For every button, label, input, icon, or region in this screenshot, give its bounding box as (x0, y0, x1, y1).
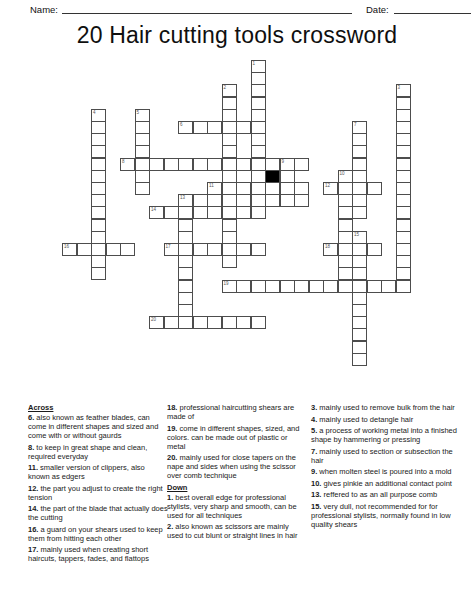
clue-number-14: 14 (151, 207, 156, 212)
grid-cell[interactable] (251, 170, 266, 183)
grid-cell[interactable] (294, 182, 309, 195)
clue-number-20: 20 (151, 317, 156, 322)
grid-cell[interactable] (91, 219, 106, 232)
grid-cell[interactable] (294, 158, 309, 171)
grid-cell[interactable] (265, 182, 280, 195)
across-clue-18: 18. professional haircutting shears are … (167, 403, 307, 421)
down-clue-1: 1. best overall edge for professional st… (167, 493, 307, 520)
across-clue-16: 16. a guard on your shears used to keep … (28, 525, 168, 543)
grid-cell[interactable] (178, 219, 193, 232)
grid-cell[interactable] (352, 243, 367, 256)
grid-cell[interactable]: 20 (149, 316, 164, 329)
down-clue-9: 9. when molten steel is poured into a mo… (311, 467, 467, 476)
grid-cell[interactable] (91, 206, 106, 219)
grid-cell[interactable] (91, 121, 106, 134)
grid-cell[interactable] (222, 97, 237, 110)
grid-cell[interactable] (396, 133, 411, 146)
grid-cell[interactable] (251, 182, 266, 195)
grid-cell[interactable] (135, 158, 150, 171)
grid-cell[interactable] (222, 243, 237, 256)
grid-cell[interactable] (352, 206, 367, 219)
grid-cell[interactable] (251, 243, 266, 256)
grid-cell[interactable] (251, 121, 266, 134)
grid-cell[interactable] (352, 353, 367, 366)
grid-cell[interactable] (178, 292, 193, 305)
grid-cell[interactable] (178, 243, 193, 256)
grid-cell[interactable]: 12 (323, 182, 338, 195)
clue-column-down: 3. mainly used to remove bulk from the h… (311, 403, 467, 531)
grid-cell[interactable] (309, 280, 324, 293)
grid-cell[interactable] (338, 243, 353, 256)
grid-cell[interactable] (222, 231, 237, 244)
clue-number-3: 3 (398, 85, 401, 90)
grid-cell[interactable] (178, 316, 193, 329)
grid-cell[interactable] (207, 243, 222, 256)
grid-cell[interactable]: 4 (91, 109, 106, 122)
down-heading: Down (167, 483, 307, 492)
grid-cell[interactable] (91, 170, 106, 183)
grid-cell[interactable] (381, 280, 396, 293)
grid-cell[interactable] (135, 182, 150, 195)
grid-cell[interactable]: 9 (280, 158, 295, 171)
grid-cell[interactable] (178, 304, 193, 317)
grid-cell[interactable] (91, 158, 106, 171)
black-cell (265, 170, 280, 183)
grid-cell[interactable] (251, 280, 266, 293)
grid-cell[interactable] (135, 145, 150, 158)
grid-cell[interactable] (338, 231, 353, 244)
grid-cell[interactable]: 17 (164, 243, 179, 256)
grid-cell[interactable] (251, 97, 266, 110)
grid-cell[interactable] (236, 206, 251, 219)
grid-cell[interactable]: 18 (323, 243, 338, 256)
grid-cell[interactable] (91, 133, 106, 146)
across-clue-19: 19. come in different shapes, sized, and… (167, 424, 307, 451)
clue-number-18: 18 (325, 244, 330, 249)
down-clue-3: 3. mainly used to remove bulk from the h… (311, 403, 467, 412)
grid-cell[interactable]: 2 (222, 84, 237, 97)
grid-cell[interactable] (222, 158, 237, 171)
grid-cell[interactable] (222, 133, 237, 146)
grid-cell[interactable] (280, 280, 295, 293)
grid-cell[interactable] (367, 182, 382, 195)
grid-cell[interactable] (352, 170, 367, 183)
grid-cell[interactable] (236, 194, 251, 207)
grid-cell[interactable] (251, 158, 266, 171)
grid-cell[interactable] (352, 194, 367, 207)
across-clue-11: 11. smaller version of clippers, also kn… (28, 463, 168, 481)
grid-cell[interactable] (91, 182, 106, 195)
grid-cell[interactable] (91, 194, 106, 207)
grid-cell[interactable] (352, 292, 367, 305)
grid-cell[interactable] (91, 255, 106, 268)
grid-cell[interactable] (236, 182, 251, 195)
grid-cell[interactable] (396, 121, 411, 134)
clue-number-4: 4 (93, 110, 96, 115)
grid-cell[interactable] (396, 267, 411, 280)
grid-cell[interactable] (251, 84, 266, 97)
grid-cell[interactable] (396, 145, 411, 158)
grid-cell[interactable] (91, 145, 106, 158)
grid-cell[interactable] (396, 97, 411, 110)
grid-cell[interactable] (338, 206, 353, 219)
down-clue-13: 13. reffered to as an all purpose comb (311, 490, 467, 499)
grid-cell[interactable] (193, 243, 208, 256)
grid-cell[interactable] (91, 267, 106, 280)
grid-cell[interactable] (236, 316, 251, 329)
clue-number-9: 9 (282, 159, 285, 164)
grid-cell[interactable] (396, 194, 411, 207)
grid-cell[interactable] (280, 194, 295, 207)
down-clue-5: 5. a process of working metal into a fin… (311, 426, 467, 444)
grid-cell[interactable]: 15 (352, 231, 367, 244)
grid-cell[interactable] (280, 182, 295, 195)
grid-cell[interactable] (396, 280, 411, 293)
grid-cell[interactable]: 6 (178, 121, 193, 134)
grid-cell[interactable] (396, 158, 411, 171)
grid-cell[interactable] (352, 145, 367, 158)
across-clue-12: 12. the part you adjust to create the ri… (28, 484, 168, 502)
grid-cell[interactable] (352, 158, 367, 171)
grid-cell[interactable] (352, 133, 367, 146)
grid-cell[interactable] (352, 255, 367, 268)
grid-cell[interactable] (193, 316, 208, 329)
grid-cell[interactable] (396, 255, 411, 268)
grid-cell[interactable]: 8 (120, 158, 135, 171)
grid-cell[interactable] (251, 206, 266, 219)
grid-cell[interactable] (135, 170, 150, 183)
grid-cell[interactable]: 14 (149, 206, 164, 219)
grid-cell[interactable] (352, 304, 367, 317)
grid-cell[interactable] (251, 72, 266, 85)
grid-cell[interactable] (352, 316, 367, 329)
grid-cell[interactable] (207, 206, 222, 219)
grid-cell[interactable] (396, 206, 411, 219)
grid-cell[interactable]: 5 (135, 109, 150, 122)
clue-column-across: Across6. also known as feather blades, c… (28, 403, 168, 566)
grid-cell[interactable] (265, 280, 280, 293)
grid-cell[interactable] (251, 316, 266, 329)
clue-number-19: 19 (224, 281, 229, 286)
grid-cell[interactable]: 1 (251, 60, 266, 73)
crossword-grid: 6891112131416171819201234571015 (0, 0, 474, 400)
grid-cell[interactable] (222, 206, 237, 219)
grid-cell[interactable] (338, 219, 353, 232)
grid-cell[interactable] (265, 194, 280, 207)
grid-cell[interactable] (251, 109, 266, 122)
grid-cell[interactable] (91, 243, 106, 256)
grid-cell[interactable]: 19 (222, 280, 237, 293)
grid-cell[interactable] (352, 182, 367, 195)
grid-cell[interactable] (222, 145, 237, 158)
grid-cell[interactable] (251, 194, 266, 207)
grid-cell[interactable]: 7 (352, 121, 367, 134)
grid-cell[interactable] (178, 267, 193, 280)
grid-cell[interactable] (178, 231, 193, 244)
down-clue-7: 7. mainly used to section or subsection … (311, 447, 467, 465)
clue-number-15: 15 (354, 232, 359, 237)
grid-cell[interactable] (149, 158, 164, 171)
grid-cell[interactable]: 13 (178, 194, 193, 207)
across-clue-14: 14. the part of the blade that actually … (28, 504, 168, 522)
grid-cell[interactable] (338, 194, 353, 207)
grid-cell[interactable] (207, 158, 222, 171)
down-clue-4: 4. mainly used to detangle hair (311, 415, 467, 424)
grid-cell[interactable] (294, 280, 309, 293)
grid-cell[interactable] (178, 158, 193, 171)
grid-cell[interactable] (207, 316, 222, 329)
grid-cell[interactable] (193, 121, 208, 134)
grid-cell[interactable]: 3 (396, 84, 411, 97)
grid-cell[interactable] (352, 341, 367, 354)
grid-cell[interactable] (396, 219, 411, 232)
grid-cell[interactable] (236, 280, 251, 293)
grid-cell[interactable] (207, 194, 222, 207)
across-clue-8: 8. to keep in great shape and clean, req… (28, 443, 168, 461)
grid-cell[interactable] (352, 280, 367, 293)
grid-cell[interactable] (222, 182, 237, 195)
grid-cell[interactable] (367, 243, 382, 256)
grid-cell[interactable] (265, 158, 280, 171)
grid-cell[interactable] (294, 194, 309, 207)
clue-column-middle: 18. professional haircutting shears are … (167, 403, 307, 543)
clue-number-17: 17 (166, 244, 171, 249)
grid-cell[interactable] (222, 255, 237, 268)
grid-cell[interactable] (222, 219, 237, 232)
grid-cell[interactable]: 10 (338, 170, 353, 183)
down-clue-10: 10. gives pinkie an additional contact p… (311, 479, 467, 488)
grid-cell[interactable] (135, 133, 150, 146)
clue-number-13: 13 (180, 195, 185, 200)
grid-cell[interactable] (164, 158, 179, 171)
clue-number-10: 10 (340, 171, 345, 176)
grid-cell[interactable] (120, 243, 135, 256)
grid-cell[interactable] (135, 121, 150, 134)
grid-cell[interactable] (77, 243, 92, 256)
grid-cell[interactable] (91, 231, 106, 244)
grid-cell[interactable] (338, 280, 353, 293)
grid-cell[interactable] (338, 255, 353, 268)
clue-number-6: 6 (180, 122, 183, 127)
grid-cell[interactable] (178, 280, 193, 293)
grid-cell[interactable] (338, 267, 353, 280)
grid-cell[interactable] (236, 243, 251, 256)
grid-cell[interactable] (367, 280, 382, 293)
grid-cell[interactable] (236, 121, 251, 134)
grid-cell[interactable] (396, 243, 411, 256)
grid-cell[interactable] (193, 194, 208, 207)
grid-cell[interactable] (251, 133, 266, 146)
grid-cell[interactable] (106, 243, 121, 256)
grid-cell[interactable] (178, 206, 193, 219)
grid-cell[interactable] (207, 121, 222, 134)
clue-number-11: 11 (209, 183, 214, 188)
grid-cell[interactable] (396, 170, 411, 183)
down-clue-15: 15. very dull, not recommended for for p… (311, 502, 467, 529)
clue-number-7: 7 (354, 122, 357, 127)
grid-cell[interactable] (178, 255, 193, 268)
grid-cell[interactable]: 16 (62, 243, 77, 256)
grid-cell[interactable] (164, 316, 179, 329)
grid-cell[interactable] (352, 328, 367, 341)
grid-cell[interactable] (222, 109, 237, 122)
clue-number-2: 2 (224, 85, 227, 90)
across-clue-20: 20. mainly used for close tapers on the … (167, 453, 307, 480)
grid-cell[interactable] (222, 170, 237, 183)
across-heading: Across (28, 403, 168, 412)
grid-cell[interactable] (396, 231, 411, 244)
grid-cell[interactable] (280, 170, 295, 183)
grid-cell[interactable] (193, 206, 208, 219)
clue-number-1: 1 (253, 61, 256, 66)
grid-cell[interactable] (222, 194, 237, 207)
across-clue-6: 6. also known as feather blades, can com… (28, 413, 168, 440)
grid-cell[interactable]: 11 (207, 182, 222, 195)
grid-cell[interactable] (222, 121, 237, 134)
clue-number-12: 12 (325, 183, 330, 188)
across-clue-17: 17. mainly used when creating short hair… (28, 545, 168, 563)
worksheet-page: Name: Date: 20 Hair cutting tools crossw… (0, 0, 474, 613)
grid-cell[interactable] (222, 316, 237, 329)
grid-cell[interactable] (236, 158, 251, 171)
grid-cell[interactable] (323, 280, 338, 293)
down-clue-2: 2. also known as scissors are mainly use… (167, 522, 307, 540)
clue-number-5: 5 (137, 110, 140, 115)
grid-cell[interactable] (338, 182, 353, 195)
grid-cell[interactable] (164, 206, 179, 219)
grid-cell[interactable] (396, 109, 411, 122)
grid-cell[interactable] (352, 267, 367, 280)
clue-number-16: 16 (64, 244, 69, 249)
grid-cell[interactable] (396, 182, 411, 195)
grid-cell[interactable] (251, 145, 266, 158)
grid-cell[interactable] (193, 158, 208, 171)
clue-number-8: 8 (122, 159, 125, 164)
